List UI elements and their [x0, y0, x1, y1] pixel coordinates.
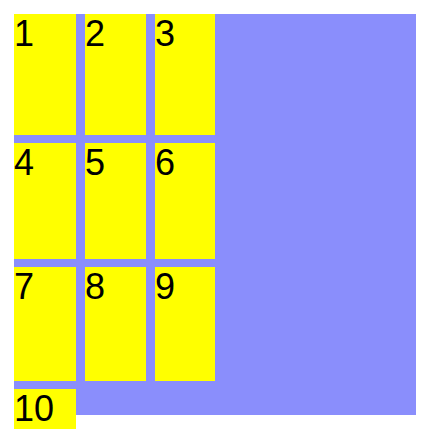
tile-5: 5	[85, 143, 146, 259]
grid-container: 1 2 3 4 5 6 7 8 9 10	[14, 14, 416, 415]
page-background: 1 2 3 4 5 6 7 8 9 10	[0, 0, 432, 432]
tile-6: 6	[155, 143, 215, 259]
tile-8: 8	[85, 267, 146, 381]
tile-9: 9	[155, 267, 215, 381]
tile-1: 1	[14, 14, 76, 135]
tile-3: 3	[155, 14, 215, 135]
tile-7: 7	[14, 267, 76, 381]
tile-10: 10	[14, 389, 76, 429]
tile-2: 2	[85, 14, 146, 135]
tile-4: 4	[14, 143, 76, 259]
